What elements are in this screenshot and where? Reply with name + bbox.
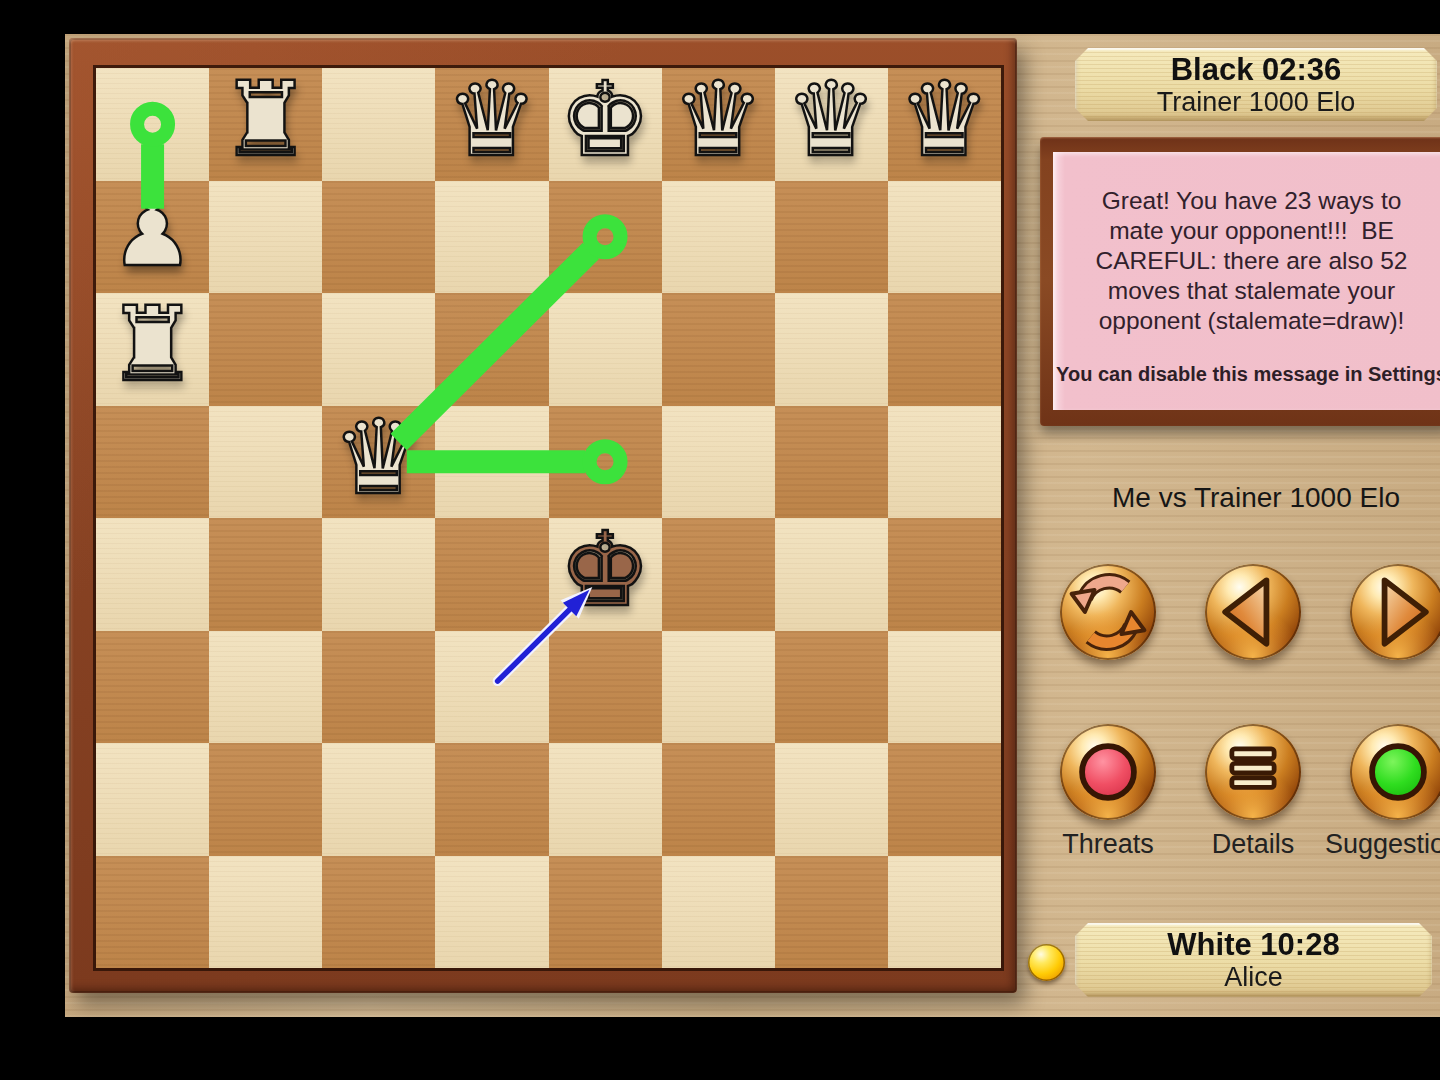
details-button[interactable]: [1205, 724, 1301, 820]
turn-indicator-ball: [1028, 944, 1065, 981]
trainer-message-line: mate your opponent!!! BE: [1096, 216, 1408, 246]
forward-icon: [1350, 564, 1440, 660]
red-dot-icon: [1060, 724, 1156, 820]
threat-arrow-part: [498, 608, 571, 681]
trainer-message-box: Great! You have 23 ways tomate your oppo…: [1040, 137, 1440, 426]
back-button[interactable]: [1205, 564, 1301, 660]
app-screen: Black 02:36 Trainer 1000 Elo Great! You …: [0, 0, 1440, 1080]
refresh-icon: [1060, 564, 1156, 660]
black-clock-plaque: Black 02:36 Trainer 1000 Elo: [1075, 48, 1437, 121]
threat-arrow: [96, 68, 1001, 968]
white-clock-plaque: White 10:28 Alice: [1075, 923, 1432, 997]
trainer-message-panel: Great! You have 23 ways tomate your oppo…: [1053, 152, 1440, 410]
trainer-message-line: opponent (stalemate=draw)!: [1096, 306, 1408, 336]
trainer-message-footnote: You can disable this message in Settings: [1056, 363, 1440, 386]
details-label: Details: [1153, 829, 1353, 860]
black-player-name: Trainer 1000 Elo: [1157, 87, 1356, 117]
match-label: Me vs Trainer 1000 Elo: [1075, 482, 1437, 514]
forward-button[interactable]: [1350, 564, 1440, 660]
trainer-message-line: Great! You have 23 ways to: [1096, 186, 1408, 216]
threats-button[interactable]: [1060, 724, 1156, 820]
restart-button[interactable]: [1060, 564, 1156, 660]
white-clock-time: White 10:28: [1167, 928, 1339, 962]
black-clock-time: Black 02:36: [1171, 53, 1342, 87]
suggestions-button[interactable]: [1350, 724, 1440, 820]
trainer-message-line: moves that stalemate your: [1096, 276, 1408, 306]
trainer-message-line: CAREFUL: there are also 52: [1096, 246, 1408, 276]
green-dot-icon: [1350, 724, 1440, 820]
trainer-message-text: Great! You have 23 ways tomate your oppo…: [1096, 186, 1408, 336]
list-icon: [1205, 724, 1301, 820]
suggestions-label: Suggestions: [1325, 829, 1440, 860]
back-icon: [1205, 564, 1301, 660]
white-player-name: Alice: [1224, 962, 1283, 992]
